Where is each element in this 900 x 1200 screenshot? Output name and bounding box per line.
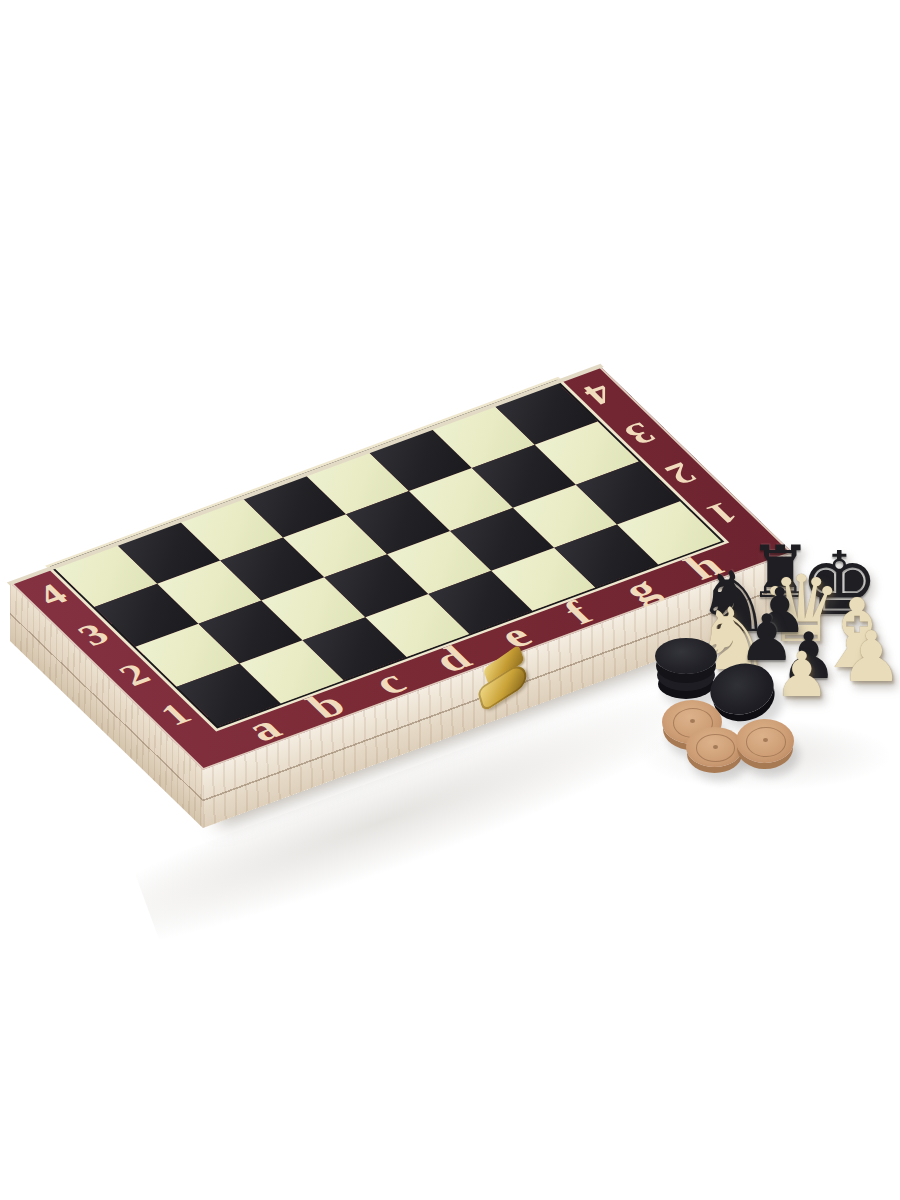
dark-checker-stack[interactable] <box>655 638 717 674</box>
product-photo-stage: abcdefgh 4321 4321 ♜♚♞♛♟♝♞♟♟♟♟ <box>0 0 900 1200</box>
light-checker[interactable] <box>736 719 794 763</box>
white-pawn[interactable]: ♟ <box>774 644 830 706</box>
white-pawn[interactable]: ♟ <box>840 622 900 692</box>
light-checker[interactable] <box>686 727 743 767</box>
